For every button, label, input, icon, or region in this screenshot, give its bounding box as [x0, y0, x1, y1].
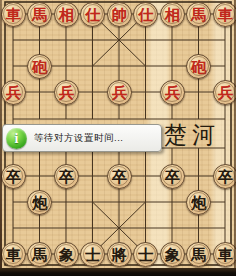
board-point[interactable]	[27, 79, 54, 105]
piece-glyph: 卒	[6, 169, 21, 184]
board-point[interactable]	[159, 133, 186, 163]
board-point[interactable]: 兵	[0, 79, 27, 105]
board-point[interactable]	[53, 53, 80, 79]
board-point[interactable]: 炮	[186, 189, 213, 215]
board-point[interactable]	[80, 27, 107, 53]
xiangqi-game-window: 楚河 車馬相仕帥仕相馬車砲砲兵兵兵兵兵卒卒卒卒卒炮炮車馬象士將士象馬車 i 等待…	[0, 0, 236, 276]
piece-black-soldier[interactable]: 卒	[54, 164, 79, 189]
piece-red-soldier[interactable]: 兵	[107, 80, 132, 105]
piece-red-elephant[interactable]: 相	[54, 2, 79, 27]
piece-black-soldier[interactable]: 卒	[107, 164, 132, 189]
board-point[interactable]: 砲	[27, 53, 54, 79]
piece-red-soldier[interactable]: 兵	[160, 80, 185, 105]
board-point[interactable]	[80, 163, 107, 189]
board-point[interactable]	[53, 27, 80, 53]
board-point[interactable]	[212, 105, 236, 133]
board-point[interactable]: 象	[159, 241, 186, 267]
piece-glyph: 將	[112, 247, 127, 262]
piece-glyph: 車	[218, 247, 233, 262]
board-point[interactable]: 砲	[186, 53, 213, 79]
board-right-edge	[234, 0, 236, 268]
board-point[interactable]: 兵	[53, 79, 80, 105]
board-point[interactable]: 車	[0, 241, 27, 267]
board-point[interactable]	[159, 215, 186, 241]
board-point[interactable]: 將	[106, 241, 133, 267]
board-point[interactable]	[133, 79, 160, 105]
piece-glyph: 兵	[112, 85, 127, 100]
piece-glyph: 仕	[85, 7, 100, 22]
board-point[interactable]	[133, 27, 160, 53]
status-popup-text: 等待对方设置时间...	[34, 125, 157, 151]
board-point[interactable]: 兵	[106, 79, 133, 105]
board-point[interactable]: 卒	[212, 163, 236, 189]
piece-glyph: 象	[165, 247, 180, 262]
board-point[interactable]: 兵	[212, 79, 236, 105]
board-point[interactable]	[0, 215, 27, 241]
piece-glyph: 兵	[218, 85, 233, 100]
board-point[interactable]	[186, 27, 213, 53]
board-point[interactable]	[186, 163, 213, 189]
piece-red-cannon[interactable]: 砲	[186, 54, 211, 79]
board-point[interactable]: 卒	[0, 163, 27, 189]
board-point[interactable]	[27, 215, 54, 241]
board-point[interactable]: 仕	[133, 1, 160, 27]
piece-red-soldier[interactable]: 兵	[54, 80, 79, 105]
piece-black-elephant[interactable]: 象	[54, 242, 79, 267]
piece-glyph: 馬	[32, 247, 47, 262]
board-point[interactable]	[133, 189, 160, 215]
board-point[interactable]: 象	[53, 241, 80, 267]
board-point[interactable]: 馬	[186, 1, 213, 27]
board-point[interactable]: 兵	[159, 79, 186, 105]
piece-glyph: 象	[59, 247, 74, 262]
board-point[interactable]	[80, 53, 107, 79]
board-point[interactable]: 相	[159, 1, 186, 27]
piece-red-elephant[interactable]: 相	[160, 2, 185, 27]
board-point[interactable]	[186, 105, 213, 133]
piece-glyph: 帥	[112, 7, 127, 22]
piece-black-horse[interactable]: 馬	[27, 242, 52, 267]
board-point[interactable]: 卒	[159, 163, 186, 189]
board-point[interactable]: 車	[212, 241, 236, 267]
board-point[interactable]: 卒	[53, 163, 80, 189]
board-point[interactable]	[106, 53, 133, 79]
piece-glyph: 炮	[191, 195, 206, 210]
board-point[interactable]: 仕	[80, 1, 107, 27]
piece-black-advisor[interactable]: 士	[80, 242, 105, 267]
piece-glyph: 炮	[32, 195, 47, 210]
piece-glyph: 士	[85, 247, 100, 262]
board-bottom-frame	[0, 268, 236, 276]
piece-red-horse[interactable]: 馬	[186, 2, 211, 27]
board-point[interactable]	[53, 189, 80, 215]
piece-glyph: 相	[59, 7, 74, 22]
piece-black-elephant[interactable]: 象	[160, 242, 185, 267]
board-point[interactable]: 帥	[106, 1, 133, 27]
status-popup: i 等待对方设置时间...	[2, 124, 162, 152]
piece-glyph: 兵	[6, 85, 21, 100]
piece-glyph: 兵	[165, 85, 180, 100]
piece-glyph: 兵	[59, 85, 74, 100]
board-point[interactable]: 士	[80, 241, 107, 267]
piece-glyph: 仕	[138, 7, 153, 22]
piece-glyph: 車	[6, 7, 21, 22]
board-point[interactable]	[80, 215, 107, 241]
board-point[interactable]	[106, 27, 133, 53]
board-point[interactable]	[186, 79, 213, 105]
board-point[interactable]: 馬	[186, 241, 213, 267]
piece-black-soldier[interactable]: 卒	[160, 164, 185, 189]
board-point[interactable]	[212, 189, 236, 215]
piece-glyph: 車	[218, 7, 233, 22]
piece-glyph: 砲	[191, 59, 206, 74]
board-point[interactable]	[159, 53, 186, 79]
board-point[interactable]	[133, 53, 160, 79]
piece-red-soldier[interactable]: 兵	[1, 80, 26, 105]
board-point[interactable]	[0, 27, 27, 53]
piece-black-horse[interactable]: 馬	[186, 242, 211, 267]
board-point[interactable]: 炮	[27, 189, 54, 215]
board-point[interactable]	[27, 27, 54, 53]
piece-glyph: 馬	[191, 7, 206, 22]
board-left-edge	[0, 0, 2, 268]
board-point[interactable]	[159, 27, 186, 53]
board-point[interactable]	[106, 215, 133, 241]
piece-red-advisor[interactable]: 仕	[80, 2, 105, 27]
board-point[interactable]	[27, 163, 54, 189]
piece-black-chariot[interactable]: 車	[213, 242, 236, 267]
board-point[interactable]	[133, 163, 160, 189]
board-point[interactable]	[80, 79, 107, 105]
board-point[interactable]	[53, 215, 80, 241]
piece-glyph: 車	[6, 247, 21, 262]
piece-black-soldier[interactable]: 卒	[1, 164, 26, 189]
piece-red-general[interactable]: 帥	[107, 2, 132, 27]
board-point[interactable]: 卒	[106, 163, 133, 189]
piece-red-horse[interactable]: 馬	[27, 2, 52, 27]
board-point[interactable]	[212, 53, 236, 79]
piece-red-chariot[interactable]: 車	[213, 2, 236, 27]
board-point[interactable]: 馬	[27, 1, 54, 27]
piece-black-cannon[interactable]: 炮	[186, 190, 211, 215]
piece-black-soldier[interactable]: 卒	[213, 164, 236, 189]
piece-glyph: 馬	[191, 247, 206, 262]
board-point[interactable]: 士	[133, 241, 160, 267]
board-point[interactable]	[159, 189, 186, 215]
board-point[interactable]	[212, 27, 236, 53]
piece-red-soldier[interactable]: 兵	[213, 80, 236, 105]
piece-glyph: 卒	[59, 169, 74, 184]
piece-black-cannon[interactable]: 炮	[27, 190, 52, 215]
piece-black-general[interactable]: 將	[107, 242, 132, 267]
piece-glyph: 馬	[32, 7, 47, 22]
board-point[interactable]	[212, 133, 236, 163]
board-point[interactable]: 車	[0, 1, 27, 27]
board-point[interactable]	[212, 215, 236, 241]
piece-glyph: 卒	[165, 169, 180, 184]
piece-black-chariot[interactable]: 車	[1, 242, 26, 267]
piece-glyph: 士	[138, 247, 153, 262]
piece-black-advisor[interactable]: 士	[133, 242, 158, 267]
board-point[interactable]	[159, 105, 186, 133]
board-point[interactable]	[0, 189, 27, 215]
board-point[interactable]: 車	[212, 1, 236, 27]
piece-glyph: 砲	[32, 59, 47, 74]
piece-red-advisor[interactable]: 仕	[133, 2, 158, 27]
board-point[interactable]	[0, 53, 27, 79]
info-icon: i	[6, 128, 27, 149]
board-point[interactable]	[186, 215, 213, 241]
piece-glyph: 卒	[218, 169, 233, 184]
board-point[interactable]	[133, 215, 160, 241]
piece-red-cannon[interactable]: 砲	[27, 54, 52, 79]
piece-glyph: 相	[165, 7, 180, 22]
board-point[interactable]: 馬	[27, 241, 54, 267]
board-point[interactable]	[186, 133, 213, 163]
board-point[interactable]	[106, 189, 133, 215]
piece-glyph: 卒	[112, 169, 127, 184]
board-point[interactable]: 相	[53, 1, 80, 27]
piece-red-chariot[interactable]: 車	[1, 2, 26, 27]
board-point[interactable]	[80, 189, 107, 215]
